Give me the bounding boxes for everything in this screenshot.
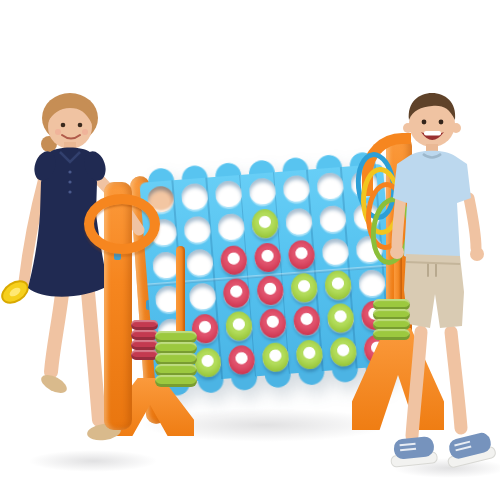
boy-fist [390, 245, 404, 259]
board-cell-r4-c2[interactable] [184, 278, 221, 314]
board-cell-r1-c3[interactable] [210, 176, 247, 212]
board-cell-r4-c3[interactable] [218, 275, 255, 311]
toss-ring [155, 375, 197, 387]
board-cell-r2-c3[interactable] [213, 209, 250, 245]
board-cell-r1-c4[interactable] [244, 173, 281, 209]
ring-stack-front-left-red[interactable] [131, 320, 158, 364]
boy-figure [383, 86, 500, 490]
board-hole [228, 346, 256, 374]
toss-ring [131, 340, 158, 350]
girl-eye [61, 123, 66, 128]
boy-arm [469, 198, 476, 248]
board-hole [327, 305, 355, 333]
board-cell-r1-c2[interactable] [176, 178, 213, 214]
green-disc [295, 339, 323, 370]
board-cell-r2-c2[interactable] [179, 212, 216, 248]
board-hole [222, 279, 250, 307]
board-cell-r5-c3[interactable] [221, 309, 258, 345]
board-hole [215, 180, 243, 208]
board-hole [285, 207, 313, 235]
toss-ring [131, 320, 158, 330]
board-cell-r4-c4[interactable] [252, 273, 289, 309]
green-disc [327, 303, 355, 334]
boy-eye [422, 120, 427, 125]
red-disc [220, 245, 248, 276]
board-hole [322, 238, 350, 266]
green-disc [329, 336, 357, 367]
girl-figure [0, 86, 160, 486]
board-hole [316, 172, 344, 200]
red-disc [254, 242, 282, 273]
green-disc [324, 270, 352, 301]
board-cell-r6-c4[interactable] [257, 339, 294, 375]
board-hole [288, 241, 316, 269]
red-disc [228, 344, 256, 375]
green-disc [225, 311, 253, 342]
board-cell-r4-c5[interactable] [286, 270, 323, 306]
boy-fist [470, 247, 484, 261]
board-hole [282, 174, 310, 202]
product-photo-giant-connect-four: { "game": { "name": "Connect Four", "var… [0, 0, 500, 500]
toss-ring [131, 330, 158, 340]
board-hole [189, 282, 217, 310]
boy-leg [451, 332, 461, 428]
board-hole [251, 210, 279, 238]
board-cell-r2-c5[interactable] [281, 204, 318, 240]
board-cell-r5-c6[interactable] [322, 301, 359, 337]
toss-ring [373, 329, 410, 340]
board-hole [319, 205, 347, 233]
board-hole [181, 182, 209, 210]
board-hole [290, 274, 318, 302]
board-hole [329, 338, 357, 366]
board-hole [183, 215, 211, 243]
board-cell-r3-c6[interactable] [317, 234, 354, 270]
red-disc [256, 275, 284, 306]
board-hole [186, 249, 214, 277]
board-cell-r2-c6[interactable] [315, 201, 352, 237]
board-cell-r1-c6[interactable] [312, 168, 349, 204]
board-cell-r6-c6[interactable] [325, 334, 362, 370]
board-hole [358, 269, 386, 297]
board-cell-r4-c6[interactable] [320, 267, 357, 303]
girl-eye [78, 123, 83, 128]
board-cell-r3-c4[interactable] [249, 239, 286, 275]
red-disc [222, 278, 250, 309]
boy-eye [439, 120, 444, 125]
board-cell-r1-c5[interactable] [278, 170, 315, 206]
ring-stack-front-left-green[interactable] [155, 331, 197, 390]
board-cell-r2-c4[interactable] [247, 206, 284, 242]
red-disc [287, 239, 315, 270]
board-cell-r3-c2[interactable] [182, 245, 219, 281]
board-hole [220, 246, 248, 274]
board-hole [324, 271, 352, 299]
board-hole [225, 313, 253, 341]
board-cell-r3-c5[interactable] [283, 237, 320, 273]
board-hole [194, 348, 222, 376]
board-cell-r6-c3[interactable] [223, 342, 260, 378]
board-cell-r3-c3[interactable] [216, 242, 253, 278]
green-disc [194, 347, 222, 378]
green-disc [251, 209, 279, 240]
basketball-hoop-icon [84, 194, 160, 254]
boy-leg [412, 332, 421, 436]
boy-sneaker [389, 436, 438, 468]
green-disc [261, 342, 289, 373]
board-hole [254, 243, 282, 271]
board-hole [248, 177, 276, 205]
boy-shorts [404, 254, 464, 328]
board-cell-r5-c4[interactable] [255, 306, 292, 342]
boy-arm [397, 196, 401, 246]
board-hole [217, 213, 245, 241]
board-cell-r6-c5[interactable] [291, 336, 328, 372]
board-hole [293, 307, 321, 335]
board-hole [262, 343, 290, 371]
toss-ring [131, 350, 158, 360]
ring-stack-right-post-green[interactable] [373, 299, 410, 343]
board-hole [295, 340, 323, 368]
girl-raised-leg [38, 294, 69, 397]
board-hole [259, 310, 287, 338]
boy-sneaker [443, 430, 496, 468]
red-disc [259, 308, 287, 339]
board-hole [256, 277, 284, 305]
board-cell-r5-c5[interactable] [289, 303, 326, 339]
green-disc [290, 272, 318, 303]
red-disc [293, 306, 321, 337]
